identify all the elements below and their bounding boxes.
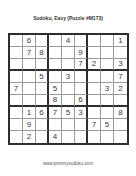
sudoku-cell-r7c1 (10, 107, 23, 119)
sudoku-cell-r2c2: 7 (23, 47, 36, 59)
sudoku-cell-r3c9: 3 (114, 59, 127, 71)
footer-url: www.printmysudoku.com (0, 161, 136, 166)
sudoku-cell-r7c6: 3 (75, 107, 88, 119)
sudoku-cell-r5c7 (88, 83, 101, 95)
sudoku-cell-r1c8 (101, 35, 114, 47)
sudoku-cell-r1c1 (10, 35, 23, 47)
sudoku-cell-r2c7 (88, 47, 101, 59)
sudoku-cell-r8c6 (75, 119, 88, 131)
sudoku-cell-r8c2: 9 (23, 119, 36, 131)
sudoku-cell-r5c6 (75, 83, 88, 95)
sudoku-cell-r4c4 (49, 71, 62, 83)
sudoku-cell-r6c4: 8 (49, 95, 62, 107)
sudoku-cell-r4c8 (101, 71, 114, 83)
sudoku-cell-r7c5: 5 (62, 107, 75, 119)
sudoku-cell-r6c7 (88, 95, 101, 107)
sudoku-cell-r8c8: 5 (101, 119, 114, 131)
sudoku-cell-r3c3 (36, 59, 49, 71)
sudoku-cell-r7c9: 8 (114, 107, 127, 119)
sudoku-cell-r2c9 (114, 47, 127, 59)
sudoku-cell-r8c4 (49, 119, 62, 131)
sudoku-cell-r3c6: 7 (75, 59, 88, 71)
sudoku-cell-r6c3 (36, 95, 49, 107)
sudoku-cell-r2c4 (49, 47, 62, 59)
sudoku-cell-r7c8 (101, 107, 114, 119)
sudoku-cell-r7c3: 6 (36, 107, 49, 119)
sudoku-cell-r5c4: 5 (49, 83, 62, 95)
sudoku-cell-r8c9 (114, 119, 127, 131)
sudoku-cell-r7c2: 1 (23, 107, 36, 119)
sudoku-cell-r3c8 (101, 59, 114, 71)
sudoku-cell-r3c1 (10, 59, 23, 71)
sudoku-cell-r7c7 (88, 107, 101, 119)
sudoku-cell-r4c7 (88, 71, 101, 83)
sudoku-cell-r4c3: 5 (36, 71, 49, 83)
sudoku-cell-r5c3 (36, 83, 49, 95)
sudoku-cell-r1c6 (75, 35, 88, 47)
sudoku-cell-r2c1 (10, 47, 23, 59)
sudoku-cell-r4c9: 7 (114, 71, 127, 83)
sudoku-cell-r2c5 (62, 47, 75, 59)
sudoku-cell-r4c6 (75, 71, 88, 83)
sudoku-cell-r9c4: 4 (49, 131, 62, 143)
sudoku-cell-r2c6: 9 (75, 47, 88, 59)
sudoku-cell-r2c3: 8 (36, 47, 49, 59)
sudoku-cell-r4c1 (10, 71, 23, 83)
sudoku-cell-r5c1: 7 (10, 83, 23, 95)
sudoku-cell-r9c2: 2 (23, 131, 36, 143)
page-title: Sudoku, Easy (Puzzle #M173) (0, 15, 136, 21)
sudoku-cell-r8c5 (62, 119, 75, 131)
sudoku-cell-r6c2 (23, 95, 36, 107)
sudoku-cell-r6c6: 6 (75, 95, 88, 107)
sudoku-cell-r6c8 (101, 95, 114, 107)
sudoku-cell-r6c5 (62, 95, 75, 107)
sudoku-cell-r2c8 (101, 47, 114, 59)
sudoku-cell-r8c1 (10, 119, 23, 131)
sudoku-cell-r6c9 (114, 95, 127, 107)
sudoku-cell-r9c5 (62, 131, 75, 143)
sudoku-cell-r3c7: 2 (88, 59, 101, 71)
sudoku-cell-r7c4: 7 (49, 107, 62, 119)
sudoku-cell-r8c3 (36, 119, 49, 131)
sudoku-cell-r5c8: 3 (101, 83, 114, 95)
sudoku-cell-r9c7 (88, 131, 101, 143)
sudoku-cell-r9c1 (10, 131, 23, 143)
sudoku-cell-r1c4 (49, 35, 62, 47)
sudoku-cell-r6c1 (10, 95, 23, 107)
sudoku-cell-r1c9: 1 (114, 35, 127, 47)
sudoku-board: 64178972353775328616753897524 (8, 33, 129, 145)
sudoku-cell-r3c4 (49, 59, 62, 71)
sudoku-cell-r1c3 (36, 35, 49, 47)
sudoku-cell-r1c2: 6 (23, 35, 36, 47)
sudoku-cell-r1c5: 4 (62, 35, 75, 47)
sudoku-cell-r9c9 (114, 131, 127, 143)
sudoku-cell-r3c2 (23, 59, 36, 71)
sudoku-cell-r5c5 (62, 83, 75, 95)
sudoku-cell-r4c5: 3 (62, 71, 75, 83)
sudoku-cell-r4c2 (23, 71, 36, 83)
sudoku-cell-r5c2 (23, 83, 36, 95)
sudoku-cell-r9c6 (75, 131, 88, 143)
sudoku-cell-r9c3 (36, 131, 49, 143)
sudoku-cell-r9c8 (101, 131, 114, 143)
sudoku-cell-r1c7 (88, 35, 101, 47)
sudoku-cell-r3c5 (62, 59, 75, 71)
sudoku-cell-r8c7: 7 (88, 119, 101, 131)
sudoku-cell-r5c9: 2 (114, 83, 127, 95)
